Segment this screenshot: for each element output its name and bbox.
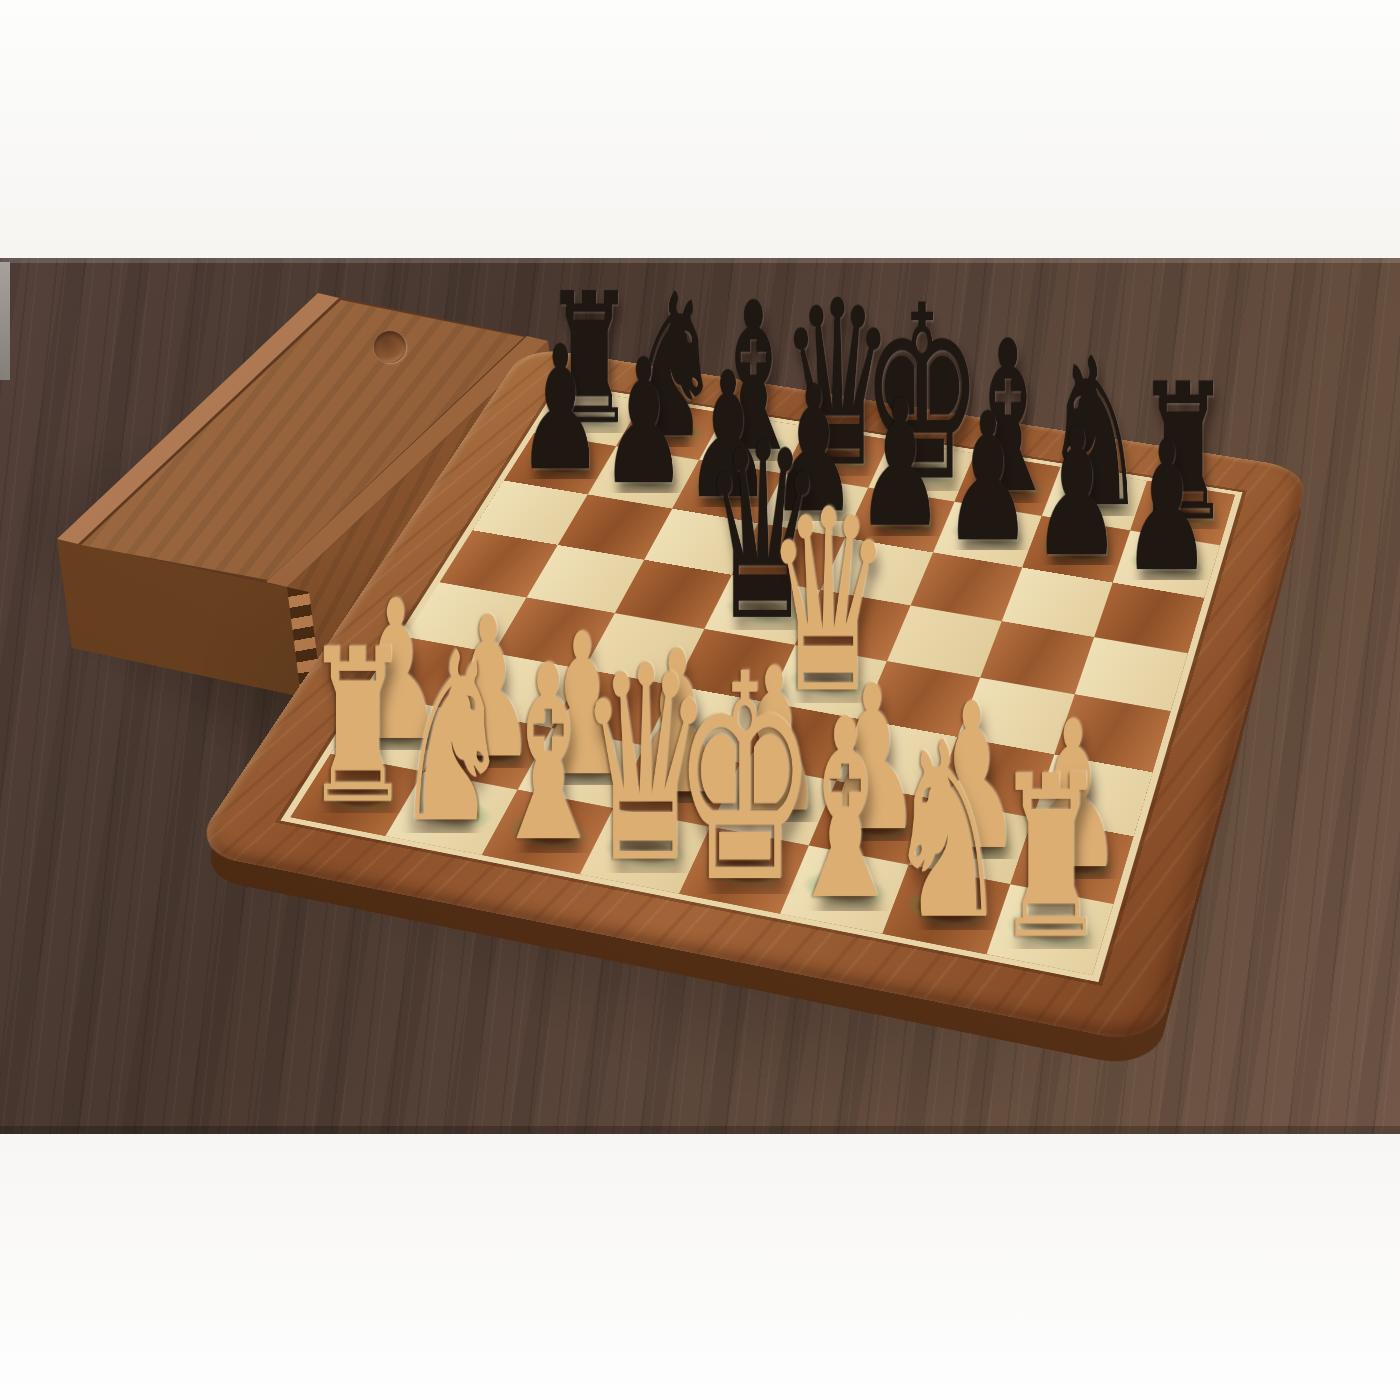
chessboard: ♜♞♝♛♚♝♞♜♟♟♟♟♟♟♟♟♛♛♟♟♟♟♟♟♟♟♜♞♝♛♚♝♞♜ <box>189 346 1310 1046</box>
piece-contact-shadow <box>686 474 770 510</box>
piece-contact-shadow <box>518 446 602 481</box>
piece-black-knight-g8[interactable]: ♞ <box>1043 332 1146 536</box>
square-a8[interactable]: ♜ <box>534 387 643 446</box>
square-a7[interactable]: ♟ <box>504 433 616 495</box>
piece-contact-shadow <box>1124 545 1208 584</box>
piece-contact-shadow <box>945 516 1029 554</box>
chess-set-product-photo: ♜♞♝♛♚♝♞♜♟♟♟♟♟♟♟♟♛♛♟♟♟♟♟♟♟♟♜♞♝♛♚♝♞♜ <box>0 0 1400 1400</box>
playing-area: ♜♞♝♛♚♝♞♜♟♟♟♟♟♟♟♟♛♛♟♟♟♟♟♟♟♟♜♞♝♛♚♝♞♜ <box>290 387 1234 975</box>
square-h1[interactable]: ♜ <box>987 884 1114 975</box>
piece-black-pawn-g7[interactable]: ♟ <box>1032 404 1122 582</box>
piece-contact-shadow <box>601 460 685 496</box>
piece-contact-shadow <box>966 467 1048 503</box>
square-a6[interactable] <box>473 480 588 544</box>
piece-black-pawn-f7[interactable]: ♟ <box>943 390 1032 567</box>
piece-black-rook-a8[interactable]: ♜ <box>543 269 634 450</box>
square-b7[interactable]: ♟ <box>588 446 699 508</box>
square-b6[interactable] <box>558 495 672 560</box>
piece-black-pawn-c7[interactable]: ♟ <box>684 349 771 523</box>
piece-black-pawn-b7[interactable]: ♟ <box>600 336 687 509</box>
piece-contact-shadow <box>548 400 630 434</box>
piece-black-pawn-a7[interactable]: ♟ <box>517 323 603 495</box>
square-b8[interactable]: ♞ <box>616 400 725 460</box>
piece-contact-shadow <box>1053 481 1135 518</box>
piece-contact-shadow <box>1142 495 1224 532</box>
piece-black-bishop-f8[interactable]: ♝ <box>955 314 1060 523</box>
square-h7[interactable]: ♟ <box>1113 531 1220 598</box>
piece-black-pawn-h7[interactable]: ♟ <box>1121 418 1211 598</box>
square-c6[interactable] <box>644 509 758 575</box>
square-h8[interactable]: ♜ <box>1130 481 1235 545</box>
board-perspective-scene: ♜♞♝♛♚♝♞♜♟♟♟♟♟♟♟♟♛♛♟♟♟♟♟♟♟♟♜♞♝♛♚♝♞♜ <box>0 0 1400 1400</box>
piece-contact-shadow <box>881 453 963 489</box>
piece-black-bishop-c8[interactable]: ♝ <box>702 276 805 481</box>
piece-black-rook-h8[interactable]: ♜ <box>1135 359 1230 548</box>
piece-contact-shadow <box>1034 530 1118 568</box>
piece-black-knight-b8[interactable]: ♞ <box>621 268 720 466</box>
square-h6[interactable] <box>1094 583 1204 654</box>
square-f7[interactable]: ♟ <box>933 502 1042 568</box>
square-f8[interactable]: ♝ <box>954 453 1060 516</box>
square-g6[interactable] <box>1002 567 1113 637</box>
square-f6[interactable] <box>911 552 1023 621</box>
piece-contact-shadow <box>629 413 711 447</box>
square-g7[interactable]: ♟ <box>1022 516 1130 583</box>
square-g8[interactable]: ♞ <box>1042 467 1147 531</box>
